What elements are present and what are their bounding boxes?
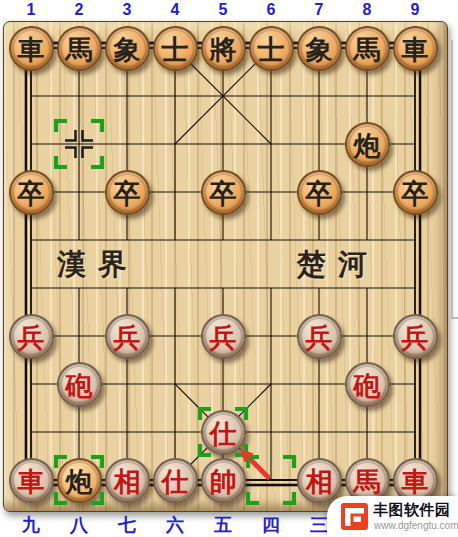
piece-glyph: 車 xyxy=(402,468,429,495)
piece-black-soldier[interactable]: 卒 xyxy=(297,170,342,215)
piece-black-general[interactable]: 將 xyxy=(201,26,246,71)
piece-black-horse[interactable]: 馬 xyxy=(345,26,390,71)
watermark-title: 丰图软件园 xyxy=(373,501,451,520)
piece-glyph: 砲 xyxy=(66,372,93,399)
piece-glyph: 兵 xyxy=(306,324,333,351)
piece-glyph: 炮 xyxy=(66,468,93,495)
piece-glyph: 馬 xyxy=(354,36,381,63)
piece-glyph: 仕 xyxy=(162,468,189,495)
piece-red-chariot[interactable]: 車 xyxy=(9,458,54,503)
piece-glyph: 帥 xyxy=(210,468,237,495)
river-text-left: 漢界 xyxy=(57,248,139,280)
piece-red-soldier[interactable]: 兵 xyxy=(297,314,342,359)
piece-glyph: 相 xyxy=(114,468,141,495)
piece-black-cannon[interactable]: 炮 xyxy=(345,122,390,167)
piece-red-cannon[interactable]: 砲 xyxy=(345,362,390,407)
piece-black-advisor[interactable]: 士 xyxy=(249,26,294,71)
piece-glyph: 炮 xyxy=(354,132,381,159)
piece-glyph: 兵 xyxy=(18,324,45,351)
piece-red-soldier[interactable]: 兵 xyxy=(9,314,54,359)
watermark-url: www.dgfengtu.com xyxy=(374,520,458,531)
piece-red-elephant[interactable]: 相 xyxy=(105,458,150,503)
piece-red-general[interactable]: 帥 xyxy=(201,458,246,503)
river-text-right: 楚河 xyxy=(297,248,379,280)
piece-black-chariot[interactable]: 車 xyxy=(9,26,54,71)
piece-glyph: 士 xyxy=(162,36,189,63)
column-label-top-1: 1 xyxy=(19,1,43,19)
piece-glyph: 仕 xyxy=(210,420,237,447)
piece-black-elephant[interactable]: 象 xyxy=(105,26,150,71)
piece-black-cannon[interactable]: 炮 xyxy=(57,458,102,503)
column-label-top-6: 6 xyxy=(259,1,283,19)
column-label-top-5: 5 xyxy=(211,1,235,19)
watermark-logo-icon xyxy=(341,503,368,530)
piece-glyph: 卒 xyxy=(18,180,45,207)
piece-glyph: 砲 xyxy=(354,372,381,399)
piece-glyph: 卒 xyxy=(114,180,141,207)
piece-glyph: 士 xyxy=(258,36,285,63)
piece-glyph: 象 xyxy=(114,36,141,63)
piece-glyph: 卒 xyxy=(210,180,237,207)
piece-red-cannon[interactable]: 砲 xyxy=(57,362,102,407)
piece-black-soldier[interactable]: 卒 xyxy=(201,170,246,215)
column-label-top-7: 7 xyxy=(307,1,331,19)
piece-glyph: 車 xyxy=(402,36,429,63)
piece-glyph: 車 xyxy=(18,36,45,63)
column-label-top-8: 8 xyxy=(355,1,379,19)
column-label-bottom-2: 八 xyxy=(66,513,92,537)
piece-glyph: 車 xyxy=(18,468,45,495)
piece-glyph: 象 xyxy=(306,36,333,63)
piece-glyph: 相 xyxy=(306,468,333,495)
piece-red-advisor[interactable]: 仕 xyxy=(201,410,246,455)
piece-glyph: 將 xyxy=(210,36,237,63)
column-label-top-2: 2 xyxy=(67,1,91,19)
piece-black-elephant[interactable]: 象 xyxy=(297,26,342,71)
watermark-badge: 丰图软件园 www.dgfengtu.com xyxy=(327,496,458,537)
piece-glyph: 卒 xyxy=(306,180,333,207)
piece-red-soldier[interactable]: 兵 xyxy=(201,314,246,359)
piece-black-soldier[interactable]: 卒 xyxy=(393,170,438,215)
piece-glyph: 兵 xyxy=(210,324,237,351)
column-label-bottom-5: 五 xyxy=(210,513,236,537)
piece-glyph: 卒 xyxy=(402,180,429,207)
column-label-bottom-1: 九 xyxy=(18,513,44,537)
xiangqi-app-screen: 123456789 漢界 楚河 車馬象士將士象馬車炮卒卒卒卒卒兵兵兵兵兵砲砲仕車… xyxy=(0,0,458,537)
piece-black-soldier[interactable]: 卒 xyxy=(9,170,54,215)
column-label-top-3: 3 xyxy=(115,1,139,19)
column-label-bottom-4: 六 xyxy=(162,513,188,537)
column-label-bottom-3: 七 xyxy=(114,513,140,537)
column-label-top-9: 9 xyxy=(403,1,427,19)
piece-red-soldier[interactable]: 兵 xyxy=(105,314,150,359)
piece-black-chariot[interactable]: 車 xyxy=(393,26,438,71)
piece-glyph: 兵 xyxy=(402,324,429,351)
piece-red-advisor[interactable]: 仕 xyxy=(153,458,198,503)
piece-glyph: 馬 xyxy=(354,468,381,495)
piece-glyph: 馬 xyxy=(66,36,93,63)
piece-red-soldier[interactable]: 兵 xyxy=(393,314,438,359)
piece-glyph: 兵 xyxy=(114,324,141,351)
column-label-bottom-6: 四 xyxy=(258,513,284,537)
piece-black-horse[interactable]: 馬 xyxy=(57,26,102,71)
piece-black-advisor[interactable]: 士 xyxy=(153,26,198,71)
column-label-top-4: 4 xyxy=(163,1,187,19)
piece-black-soldier[interactable]: 卒 xyxy=(105,170,150,215)
piece-red-elephant[interactable]: 相 xyxy=(297,458,342,503)
